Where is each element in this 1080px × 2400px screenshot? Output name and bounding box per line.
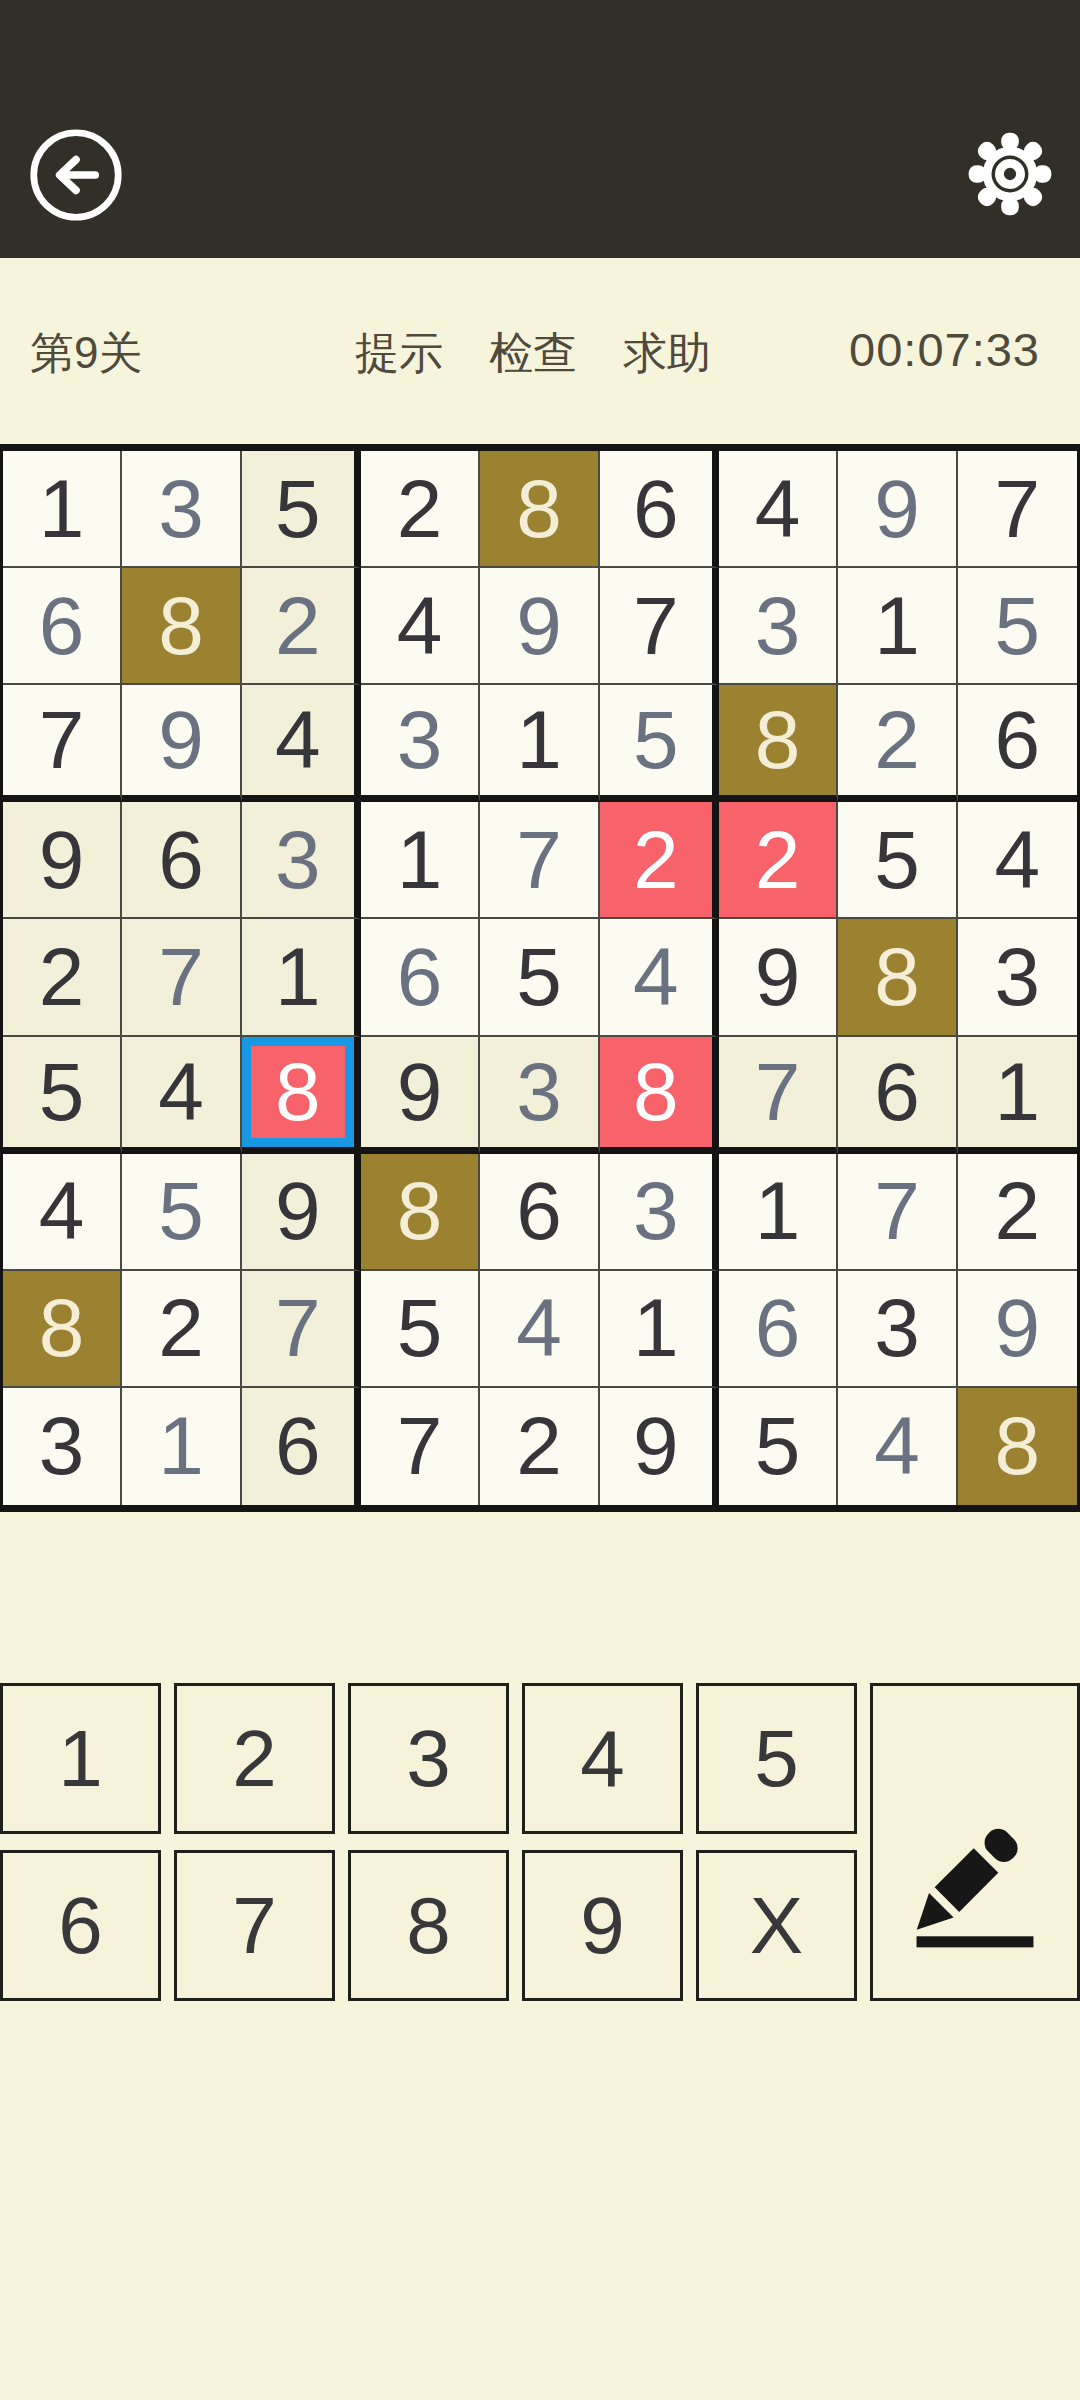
cell-r5c3[interactable]: 1 xyxy=(242,919,361,1036)
digit-key-8[interactable]: 8 xyxy=(348,1850,509,2001)
pencil-icon xyxy=(896,1802,1054,1960)
cell-r7c3[interactable]: 9 xyxy=(242,1154,361,1271)
digit-key-1[interactable]: 1 xyxy=(0,1683,161,1834)
toolbar: 第9关 提示 检查 求助 00:07:33 xyxy=(0,258,1080,444)
digit-keys: 123456789X xyxy=(0,1683,857,2001)
cell-r3c5[interactable]: 1 xyxy=(480,685,599,802)
check-button[interactable]: 检查 xyxy=(489,324,577,383)
cell-r8c4[interactable]: 5 xyxy=(361,1271,480,1388)
digit-key-9[interactable]: 9 xyxy=(522,1850,683,2001)
cell-r2c9[interactable]: 5 xyxy=(958,568,1077,685)
number-pad: 123456789X xyxy=(0,1683,1080,2001)
cell-r2c5[interactable]: 9 xyxy=(480,568,599,685)
cell-r6c9[interactable]: 1 xyxy=(958,1037,1077,1154)
cell-r9c6[interactable]: 9 xyxy=(600,1388,719,1505)
cell-r4c3[interactable]: 3 xyxy=(242,802,361,919)
cell-r8c2[interactable]: 2 xyxy=(122,1271,241,1388)
cell-r6c4[interactable]: 9 xyxy=(361,1037,480,1154)
app-header xyxy=(0,0,1080,258)
digit-key-6[interactable]: 6 xyxy=(0,1850,161,2001)
cell-r8c1[interactable]: 8 xyxy=(3,1271,122,1388)
cell-r6c6[interactable]: 8 xyxy=(600,1037,719,1154)
cell-r7c8[interactable]: 7 xyxy=(838,1154,957,1271)
gear-icon xyxy=(966,130,1054,218)
help-button[interactable]: 求助 xyxy=(623,324,711,383)
cell-r9c8[interactable]: 4 xyxy=(838,1388,957,1505)
cell-r9c5[interactable]: 2 xyxy=(480,1388,599,1505)
cell-r8c3[interactable]: 7 xyxy=(242,1271,361,1388)
cell-r7c2[interactable]: 5 xyxy=(122,1154,241,1271)
cell-r4c4[interactable]: 1 xyxy=(361,802,480,919)
cell-r1c4[interactable]: 2 xyxy=(361,451,480,568)
cell-r4c8[interactable]: 5 xyxy=(838,802,957,919)
cell-r3c3[interactable]: 4 xyxy=(242,685,361,802)
cell-r1c8[interactable]: 9 xyxy=(838,451,957,568)
digit-key-7[interactable]: 7 xyxy=(174,1850,335,2001)
toolbar-actions: 提示 检查 求助 xyxy=(355,324,711,383)
cell-r5c8[interactable]: 8 xyxy=(838,919,957,1036)
cell-r9c4[interactable]: 7 xyxy=(361,1388,480,1505)
level-label: 第9关 xyxy=(30,324,142,383)
cell-r3c7[interactable]: 8 xyxy=(719,685,838,802)
cell-r1c2[interactable]: 3 xyxy=(122,451,241,568)
digit-key-4[interactable]: 4 xyxy=(522,1683,683,1834)
cell-r4c5[interactable]: 7 xyxy=(480,802,599,919)
cell-r2c4[interactable]: 4 xyxy=(361,568,480,685)
arrow-left-circle-icon xyxy=(28,127,124,223)
cell-r5c9[interactable]: 3 xyxy=(958,919,1077,1036)
cell-r8c6[interactable]: 1 xyxy=(600,1271,719,1388)
cell-r5c4[interactable]: 6 xyxy=(361,919,480,1036)
cell-r2c2[interactable]: 8 xyxy=(122,568,241,685)
cell-r3c9[interactable]: 6 xyxy=(958,685,1077,802)
cell-r3c2[interactable]: 9 xyxy=(122,685,241,802)
cell-r3c4[interactable]: 3 xyxy=(361,685,480,802)
digit-key-5[interactable]: 5 xyxy=(696,1683,857,1834)
cell-r6c5[interactable]: 3 xyxy=(480,1037,599,1154)
cell-r8c8[interactable]: 3 xyxy=(838,1271,957,1388)
erase-key[interactable]: X xyxy=(696,1850,857,2001)
cell-r7c1[interactable]: 4 xyxy=(3,1154,122,1271)
cell-r9c9[interactable]: 8 xyxy=(958,1388,1077,1505)
cell-r1c5[interactable]: 8 xyxy=(480,451,599,568)
cell-r3c8[interactable]: 2 xyxy=(838,685,957,802)
cell-r6c7[interactable]: 7 xyxy=(719,1037,838,1154)
cell-r9c3[interactable]: 6 xyxy=(242,1388,361,1505)
cell-r6c8[interactable]: 6 xyxy=(838,1037,957,1154)
cell-r3c1[interactable]: 7 xyxy=(3,685,122,802)
cell-r2c3[interactable]: 2 xyxy=(242,568,361,685)
cell-r4c2[interactable]: 6 xyxy=(122,802,241,919)
cell-r5c2[interactable]: 7 xyxy=(122,919,241,1036)
cell-r8c9[interactable]: 9 xyxy=(958,1271,1077,1388)
cell-r2c7[interactable]: 3 xyxy=(719,568,838,685)
cell-r2c6[interactable]: 7 xyxy=(600,568,719,685)
pencil-mode-button[interactable] xyxy=(870,1683,1080,2001)
cell-r4c1[interactable]: 9 xyxy=(3,802,122,919)
cell-r5c5[interactable]: 5 xyxy=(480,919,599,1036)
cell-r6c2[interactable]: 4 xyxy=(122,1037,241,1154)
cell-r7c9[interactable]: 2 xyxy=(958,1154,1077,1271)
cell-r4c7[interactable]: 2 xyxy=(719,802,838,919)
timer: 00:07:33 xyxy=(849,322,1040,377)
digit-key-2[interactable]: 2 xyxy=(174,1683,335,1834)
cell-r5c7[interactable]: 9 xyxy=(719,919,838,1036)
settings-button[interactable] xyxy=(966,130,1054,218)
sudoku-board: 1352864976824973157943158269631722542716… xyxy=(0,444,1080,1512)
cell-r2c8[interactable]: 1 xyxy=(838,568,957,685)
cell-r7c5[interactable]: 6 xyxy=(480,1154,599,1271)
cell-r1c7[interactable]: 4 xyxy=(719,451,838,568)
cell-r1c3[interactable]: 5 xyxy=(242,451,361,568)
cell-r7c6[interactable]: 3 xyxy=(600,1154,719,1271)
cell-r9c7[interactable]: 5 xyxy=(719,1388,838,1505)
cell-r8c5[interactable]: 4 xyxy=(480,1271,599,1388)
cell-r7c4[interactable]: 8 xyxy=(361,1154,480,1271)
cell-r4c6[interactable]: 2 xyxy=(600,802,719,919)
cell-r9c2[interactable]: 1 xyxy=(122,1388,241,1505)
cell-r1c1[interactable]: 1 xyxy=(3,451,122,568)
cell-r4c9[interactable]: 4 xyxy=(958,802,1077,919)
cell-r1c6[interactable]: 6 xyxy=(600,451,719,568)
cell-r7c7[interactable]: 1 xyxy=(719,1154,838,1271)
back-button[interactable] xyxy=(28,127,124,223)
cell-r9c1[interactable]: 3 xyxy=(3,1388,122,1505)
cell-r6c1[interactable]: 5 xyxy=(3,1037,122,1154)
hint-button[interactable]: 提示 xyxy=(355,324,443,383)
cell-r1c9[interactable]: 7 xyxy=(958,451,1077,568)
digit-key-3[interactable]: 3 xyxy=(348,1683,509,1834)
cell-r3c6[interactable]: 5 xyxy=(600,685,719,802)
cell-r2c1[interactable]: 6 xyxy=(3,568,122,685)
cell-r5c1[interactable]: 2 xyxy=(3,919,122,1036)
cell-r5c6[interactable]: 4 xyxy=(600,919,719,1036)
cell-r8c7[interactable]: 6 xyxy=(719,1271,838,1388)
cell-r6c3[interactable]: 8 xyxy=(242,1037,361,1154)
